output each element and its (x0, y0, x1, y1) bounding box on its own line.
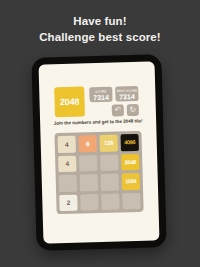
score-label: SCORE (95, 89, 106, 92)
game-tagline: Join the numbers and get to the 2048 til… (54, 119, 143, 126)
tile-4: 4 (58, 136, 76, 153)
empty-cell (59, 175, 77, 192)
tile-2048: 2048 (121, 153, 139, 170)
tile-1024: 1024 (122, 173, 140, 190)
restart-button[interactable]: ↻ (127, 104, 139, 116)
empty-cell (101, 173, 119, 190)
score-box: SCORE 7314 (89, 87, 112, 103)
board-grid[interactable]: 4812840964204810242 (54, 131, 143, 214)
empty-cell (100, 154, 118, 171)
empty-cell (80, 174, 98, 191)
empty-cell (101, 193, 119, 210)
tablet-screen: 2048 SCORE 7314 BEST SCORE 7314 ↶ ↻ Join… (39, 61, 160, 243)
promo-line-1: Have fun! (0, 13, 200, 29)
refresh-icon: ↻ (129, 106, 136, 114)
best-score-box: BEST SCORE 7314 (115, 86, 138, 102)
tile-4: 4 (58, 155, 76, 172)
score-value: 7314 (93, 93, 109, 101)
promo-line-2: Challenge best score! (0, 29, 200, 45)
tablet-mockup: 2048 SCORE 7314 BEST SCORE 7314 ↶ ↻ Join… (31, 54, 166, 251)
promo-header: Have fun! Challenge best score! (0, 13, 200, 45)
tile-8: 8 (79, 135, 97, 152)
undo-button[interactable]: ↶ (112, 104, 124, 116)
empty-cell (80, 194, 98, 211)
best-score-label: BEST SCORE (116, 88, 137, 92)
game-logo-tile: 2048 (54, 86, 85, 117)
tile-4096: 4096 (121, 134, 139, 151)
tile-128: 128 (100, 134, 118, 151)
empty-cell (79, 155, 97, 172)
tile-2: 2 (59, 194, 77, 211)
best-score-value: 7314 (119, 92, 135, 100)
empty-cell (122, 192, 140, 209)
undo-icon: ↶ (114, 106, 121, 114)
